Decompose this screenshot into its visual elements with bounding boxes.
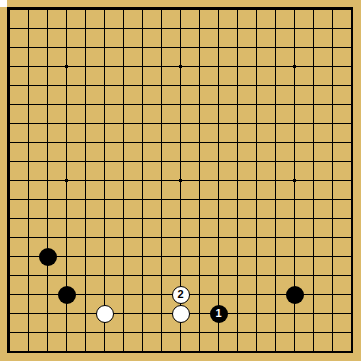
intersection-A12[interactable] [0, 133, 19, 152]
intersection-C8[interactable] [38, 209, 57, 228]
intersection-N12[interactable] [228, 133, 247, 152]
intersection-P17[interactable] [266, 38, 285, 57]
intersection-P1[interactable] [266, 342, 285, 361]
intersection-B12[interactable] [19, 133, 38, 152]
intersection-E18[interactable] [76, 19, 95, 38]
intersection-P11[interactable] [266, 152, 285, 171]
intersection-J8[interactable] [152, 209, 171, 228]
intersection-N9[interactable] [228, 190, 247, 209]
intersection-S19[interactable] [323, 0, 342, 19]
intersection-C14[interactable] [38, 95, 57, 114]
intersection-T14[interactable] [342, 95, 361, 114]
intersection-E19[interactable] [76, 0, 95, 19]
intersection-N13[interactable] [228, 114, 247, 133]
intersection-P4[interactable] [266, 285, 285, 304]
intersection-J2[interactable] [152, 323, 171, 342]
intersection-N2[interactable] [228, 323, 247, 342]
intersection-B9[interactable] [19, 190, 38, 209]
intersection-B5[interactable] [19, 266, 38, 285]
intersection-Q12[interactable] [285, 133, 304, 152]
intersection-K18[interactable] [171, 19, 190, 38]
intersection-P18[interactable] [266, 19, 285, 38]
intersection-N1[interactable] [228, 342, 247, 361]
intersection-K2[interactable] [171, 323, 190, 342]
intersection-R13[interactable] [304, 114, 323, 133]
intersection-J10[interactable] [152, 171, 171, 190]
intersection-Q16[interactable] [285, 57, 304, 76]
intersection-O4[interactable] [247, 285, 266, 304]
intersection-Q9[interactable] [285, 190, 304, 209]
intersection-A9[interactable] [0, 190, 19, 209]
intersection-G16[interactable] [114, 57, 133, 76]
intersection-P8[interactable] [266, 209, 285, 228]
intersection-Q3[interactable] [285, 304, 304, 323]
intersection-R3[interactable] [304, 304, 323, 323]
intersection-F6[interactable] [95, 247, 114, 266]
intersection-S8[interactable] [323, 209, 342, 228]
intersection-A8[interactable] [0, 209, 19, 228]
intersection-T1[interactable] [342, 342, 361, 361]
intersection-H5[interactable] [133, 266, 152, 285]
intersection-L10[interactable] [190, 171, 209, 190]
intersection-S14[interactable] [323, 95, 342, 114]
intersection-K8[interactable] [171, 209, 190, 228]
intersection-R11[interactable] [304, 152, 323, 171]
intersection-H6[interactable] [133, 247, 152, 266]
intersection-F12[interactable] [95, 133, 114, 152]
intersection-H4[interactable] [133, 285, 152, 304]
intersection-L12[interactable] [190, 133, 209, 152]
intersection-D5[interactable] [57, 266, 76, 285]
intersection-M5[interactable] [209, 266, 228, 285]
intersection-S9[interactable] [323, 190, 342, 209]
intersection-D14[interactable] [57, 95, 76, 114]
intersection-N6[interactable] [228, 247, 247, 266]
intersection-L6[interactable] [190, 247, 209, 266]
intersection-E13[interactable] [76, 114, 95, 133]
intersection-M2[interactable] [209, 323, 228, 342]
intersection-S11[interactable] [323, 152, 342, 171]
intersection-O10[interactable] [247, 171, 266, 190]
intersection-J7[interactable] [152, 228, 171, 247]
intersection-T17[interactable] [342, 38, 361, 57]
intersection-Q5[interactable] [285, 266, 304, 285]
intersection-D2[interactable] [57, 323, 76, 342]
intersection-T7[interactable] [342, 228, 361, 247]
intersection-H19[interactable] [133, 0, 152, 19]
intersection-F16[interactable] [95, 57, 114, 76]
intersection-O9[interactable] [247, 190, 266, 209]
intersection-A14[interactable] [0, 95, 19, 114]
intersection-H13[interactable] [133, 114, 152, 133]
intersection-P7[interactable] [266, 228, 285, 247]
intersection-T9[interactable] [342, 190, 361, 209]
intersection-D18[interactable] [57, 19, 76, 38]
intersection-G1[interactable] [114, 342, 133, 361]
intersection-G4[interactable] [114, 285, 133, 304]
intersection-C17[interactable] [38, 38, 57, 57]
intersection-D6[interactable] [57, 247, 76, 266]
intersection-O6[interactable] [247, 247, 266, 266]
intersection-H8[interactable] [133, 209, 152, 228]
intersection-E8[interactable] [76, 209, 95, 228]
intersection-H10[interactable] [133, 171, 152, 190]
intersection-D1[interactable] [57, 342, 76, 361]
intersection-B1[interactable] [19, 342, 38, 361]
intersection-J18[interactable] [152, 19, 171, 38]
intersection-E15[interactable] [76, 76, 95, 95]
intersection-O8[interactable] [247, 209, 266, 228]
intersection-H16[interactable] [133, 57, 152, 76]
intersection-B6[interactable] [19, 247, 38, 266]
intersection-Q2[interactable] [285, 323, 304, 342]
intersection-E1[interactable] [76, 342, 95, 361]
intersection-B15[interactable] [19, 76, 38, 95]
intersection-P3[interactable] [266, 304, 285, 323]
intersection-R7[interactable] [304, 228, 323, 247]
intersection-K14[interactable] [171, 95, 190, 114]
intersection-G17[interactable] [114, 38, 133, 57]
intersection-R15[interactable] [304, 76, 323, 95]
intersection-P14[interactable] [266, 95, 285, 114]
intersection-M9[interactable] [209, 190, 228, 209]
intersection-M1[interactable] [209, 342, 228, 361]
intersection-H9[interactable] [133, 190, 152, 209]
intersection-C5[interactable] [38, 266, 57, 285]
intersection-E12[interactable] [76, 133, 95, 152]
intersection-Q7[interactable] [285, 228, 304, 247]
intersection-B10[interactable] [19, 171, 38, 190]
intersection-K9[interactable] [171, 190, 190, 209]
intersection-M15[interactable] [209, 76, 228, 95]
intersection-C7[interactable] [38, 228, 57, 247]
intersection-F1[interactable] [95, 342, 114, 361]
intersection-C13[interactable] [38, 114, 57, 133]
intersection-R2[interactable] [304, 323, 323, 342]
intersection-D17[interactable] [57, 38, 76, 57]
intersection-K15[interactable] [171, 76, 190, 95]
intersection-H17[interactable] [133, 38, 152, 57]
intersection-Q17[interactable] [285, 38, 304, 57]
intersection-S1[interactable] [323, 342, 342, 361]
intersection-J16[interactable] [152, 57, 171, 76]
intersection-S7[interactable] [323, 228, 342, 247]
intersection-H3[interactable] [133, 304, 152, 323]
intersection-K5[interactable] [171, 266, 190, 285]
intersection-J1[interactable] [152, 342, 171, 361]
intersection-Q14[interactable] [285, 95, 304, 114]
intersection-L5[interactable] [190, 266, 209, 285]
intersection-P15[interactable] [266, 76, 285, 95]
intersection-C18[interactable] [38, 19, 57, 38]
intersection-F5[interactable] [95, 266, 114, 285]
intersection-H1[interactable] [133, 342, 152, 361]
intersection-T8[interactable] [342, 209, 361, 228]
intersection-N11[interactable] [228, 152, 247, 171]
intersection-T11[interactable] [342, 152, 361, 171]
intersection-G2[interactable] [114, 323, 133, 342]
intersection-B4[interactable] [19, 285, 38, 304]
intersection-J17[interactable] [152, 38, 171, 57]
intersection-F10[interactable] [95, 171, 114, 190]
intersection-N7[interactable] [228, 228, 247, 247]
intersection-S10[interactable] [323, 171, 342, 190]
intersection-M4[interactable] [209, 285, 228, 304]
intersection-Q10[interactable] [285, 171, 304, 190]
intersection-S3[interactable] [323, 304, 342, 323]
intersection-R18[interactable] [304, 19, 323, 38]
intersection-P16[interactable] [266, 57, 285, 76]
intersection-O12[interactable] [247, 133, 266, 152]
intersection-F19[interactable] [95, 0, 114, 19]
intersection-S12[interactable] [323, 133, 342, 152]
intersection-B3[interactable] [19, 304, 38, 323]
intersection-D19[interactable] [57, 0, 76, 19]
intersection-C11[interactable] [38, 152, 57, 171]
intersection-R19[interactable] [304, 0, 323, 19]
intersection-E17[interactable] [76, 38, 95, 57]
intersection-Q13[interactable] [285, 114, 304, 133]
intersection-O15[interactable] [247, 76, 266, 95]
intersection-S2[interactable] [323, 323, 342, 342]
intersection-D11[interactable] [57, 152, 76, 171]
intersection-A18[interactable] [0, 19, 19, 38]
intersection-D16[interactable] [57, 57, 76, 76]
intersection-N15[interactable] [228, 76, 247, 95]
intersection-O19[interactable] [247, 0, 266, 19]
intersection-R14[interactable] [304, 95, 323, 114]
intersection-O5[interactable] [247, 266, 266, 285]
intersection-G12[interactable] [114, 133, 133, 152]
intersection-C1[interactable] [38, 342, 57, 361]
intersection-O7[interactable] [247, 228, 266, 247]
intersection-P13[interactable] [266, 114, 285, 133]
intersection-T5[interactable] [342, 266, 361, 285]
intersection-T4[interactable] [342, 285, 361, 304]
intersection-D8[interactable] [57, 209, 76, 228]
intersection-L1[interactable] [190, 342, 209, 361]
intersection-T6[interactable] [342, 247, 361, 266]
intersection-C12[interactable] [38, 133, 57, 152]
intersection-Q11[interactable] [285, 152, 304, 171]
intersection-B7[interactable] [19, 228, 38, 247]
intersection-D15[interactable] [57, 76, 76, 95]
intersection-G18[interactable] [114, 19, 133, 38]
intersection-K12[interactable] [171, 133, 190, 152]
intersection-B17[interactable] [19, 38, 38, 57]
intersection-L14[interactable] [190, 95, 209, 114]
intersection-G15[interactable] [114, 76, 133, 95]
intersection-M12[interactable] [209, 133, 228, 152]
intersection-K19[interactable] [171, 0, 190, 19]
intersection-C2[interactable] [38, 323, 57, 342]
intersection-F11[interactable] [95, 152, 114, 171]
intersection-F18[interactable] [95, 19, 114, 38]
intersection-T16[interactable] [342, 57, 361, 76]
intersection-S15[interactable] [323, 76, 342, 95]
intersection-A2[interactable] [0, 323, 19, 342]
intersection-T12[interactable] [342, 133, 361, 152]
intersection-J5[interactable] [152, 266, 171, 285]
intersection-J14[interactable] [152, 95, 171, 114]
intersection-M7[interactable] [209, 228, 228, 247]
intersection-P19[interactable] [266, 0, 285, 19]
intersection-A16[interactable] [0, 57, 19, 76]
intersection-O3[interactable] [247, 304, 266, 323]
intersection-R6[interactable] [304, 247, 323, 266]
intersection-A3[interactable] [0, 304, 19, 323]
intersection-H15[interactable] [133, 76, 152, 95]
intersection-A19[interactable] [0, 0, 19, 19]
intersection-M16[interactable] [209, 57, 228, 76]
intersection-R12[interactable] [304, 133, 323, 152]
intersection-G5[interactable] [114, 266, 133, 285]
intersection-D9[interactable] [57, 190, 76, 209]
intersection-K1[interactable] [171, 342, 190, 361]
intersection-N8[interactable] [228, 209, 247, 228]
intersection-E6[interactable] [76, 247, 95, 266]
intersection-O2[interactable] [247, 323, 266, 342]
intersection-C4[interactable] [38, 285, 57, 304]
intersection-Q8[interactable] [285, 209, 304, 228]
intersection-T2[interactable] [342, 323, 361, 342]
intersection-T10[interactable] [342, 171, 361, 190]
intersection-S5[interactable] [323, 266, 342, 285]
intersection-L18[interactable] [190, 19, 209, 38]
intersection-N5[interactable] [228, 266, 247, 285]
intersection-H7[interactable] [133, 228, 152, 247]
intersection-Q19[interactable] [285, 0, 304, 19]
intersection-C3[interactable] [38, 304, 57, 323]
intersection-Q15[interactable] [285, 76, 304, 95]
intersection-S6[interactable] [323, 247, 342, 266]
intersection-G11[interactable] [114, 152, 133, 171]
intersection-J3[interactable] [152, 304, 171, 323]
intersection-C16[interactable] [38, 57, 57, 76]
intersection-B13[interactable] [19, 114, 38, 133]
intersection-C9[interactable] [38, 190, 57, 209]
intersection-Q18[interactable] [285, 19, 304, 38]
intersection-R17[interactable] [304, 38, 323, 57]
intersection-J13[interactable] [152, 114, 171, 133]
intersection-M8[interactable] [209, 209, 228, 228]
intersection-Q4[interactable] [285, 285, 304, 304]
intersection-C15[interactable] [38, 76, 57, 95]
intersection-J4[interactable] [152, 285, 171, 304]
intersection-O16[interactable] [247, 57, 266, 76]
intersection-C10[interactable] [38, 171, 57, 190]
intersection-B18[interactable] [19, 19, 38, 38]
intersection-J11[interactable] [152, 152, 171, 171]
intersection-P2[interactable] [266, 323, 285, 342]
intersection-S4[interactable] [323, 285, 342, 304]
intersection-M3[interactable]: 1 [209, 304, 228, 323]
intersection-R4[interactable] [304, 285, 323, 304]
intersection-L4[interactable] [190, 285, 209, 304]
intersection-O14[interactable] [247, 95, 266, 114]
intersection-T19[interactable] [342, 0, 361, 19]
intersection-O13[interactable] [247, 114, 266, 133]
intersection-J6[interactable] [152, 247, 171, 266]
intersection-K4[interactable]: 2 [171, 285, 190, 304]
intersection-O1[interactable] [247, 342, 266, 361]
intersection-F14[interactable] [95, 95, 114, 114]
intersection-P10[interactable] [266, 171, 285, 190]
intersection-K16[interactable] [171, 57, 190, 76]
intersection-H12[interactable] [133, 133, 152, 152]
intersection-K7[interactable] [171, 228, 190, 247]
intersection-B8[interactable] [19, 209, 38, 228]
intersection-L3[interactable] [190, 304, 209, 323]
intersection-L8[interactable] [190, 209, 209, 228]
intersection-H11[interactable] [133, 152, 152, 171]
intersection-M11[interactable] [209, 152, 228, 171]
intersection-A11[interactable] [0, 152, 19, 171]
intersection-P9[interactable] [266, 190, 285, 209]
intersection-S17[interactable] [323, 38, 342, 57]
intersection-T13[interactable] [342, 114, 361, 133]
intersection-C6[interactable] [38, 247, 57, 266]
intersection-E2[interactable] [76, 323, 95, 342]
intersection-E5[interactable] [76, 266, 95, 285]
intersection-P6[interactable] [266, 247, 285, 266]
intersection-M18[interactable] [209, 19, 228, 38]
intersection-T15[interactable] [342, 76, 361, 95]
intersection-G14[interactable] [114, 95, 133, 114]
intersection-A5[interactable] [0, 266, 19, 285]
intersection-K6[interactable] [171, 247, 190, 266]
intersection-F17[interactable] [95, 38, 114, 57]
intersection-N3[interactable] [228, 304, 247, 323]
intersection-G19[interactable] [114, 0, 133, 19]
intersection-B19[interactable] [19, 0, 38, 19]
intersection-F2[interactable] [95, 323, 114, 342]
intersection-K3[interactable] [171, 304, 190, 323]
intersection-O17[interactable] [247, 38, 266, 57]
intersection-D4[interactable] [57, 285, 76, 304]
intersection-A10[interactable] [0, 171, 19, 190]
intersection-G7[interactable] [114, 228, 133, 247]
intersection-E11[interactable] [76, 152, 95, 171]
intersection-L13[interactable] [190, 114, 209, 133]
intersection-T3[interactable] [342, 304, 361, 323]
intersection-Q6[interactable] [285, 247, 304, 266]
intersection-D12[interactable] [57, 133, 76, 152]
intersection-L17[interactable] [190, 38, 209, 57]
intersection-C19[interactable] [38, 0, 57, 19]
intersection-D7[interactable] [57, 228, 76, 247]
intersection-G13[interactable] [114, 114, 133, 133]
intersection-K17[interactable] [171, 38, 190, 57]
intersection-F9[interactable] [95, 190, 114, 209]
intersection-A13[interactable] [0, 114, 19, 133]
intersection-A15[interactable] [0, 76, 19, 95]
intersection-N4[interactable] [228, 285, 247, 304]
intersection-R9[interactable] [304, 190, 323, 209]
intersection-J15[interactable] [152, 76, 171, 95]
intersection-R8[interactable] [304, 209, 323, 228]
intersection-A7[interactable] [0, 228, 19, 247]
intersection-G8[interactable] [114, 209, 133, 228]
intersection-N16[interactable] [228, 57, 247, 76]
intersection-H18[interactable] [133, 19, 152, 38]
intersection-L9[interactable] [190, 190, 209, 209]
intersection-N17[interactable] [228, 38, 247, 57]
intersection-M17[interactable] [209, 38, 228, 57]
intersection-F15[interactable] [95, 76, 114, 95]
intersection-L19[interactable] [190, 0, 209, 19]
intersection-Q1[interactable] [285, 342, 304, 361]
